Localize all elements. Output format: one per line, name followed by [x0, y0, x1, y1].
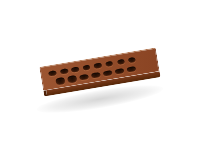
pit-row2-7[interactable] [127, 66, 136, 73]
pit-row2-2[interactable] [67, 75, 77, 83]
pit-row2-6[interactable] [115, 68, 124, 75]
pit-row2-4[interactable] [91, 72, 101, 79]
pit-row1-1[interactable] [48, 70, 57, 77]
pit-row2-3[interactable] [79, 74, 89, 81]
pit-row1-2[interactable] [59, 68, 68, 75]
pit-row1-3[interactable] [71, 66, 80, 72]
pit-row1-5[interactable] [94, 63, 102, 69]
pit-row2-1[interactable] [55, 77, 65, 85]
pit-row1-8[interactable] [128, 57, 135, 63]
pit-row1-4[interactable] [82, 65, 90, 71]
pit-row1-7[interactable] [117, 59, 125, 65]
pit-row1-6[interactable] [105, 61, 113, 67]
product-photo-canvas [0, 0, 200, 150]
pit-row2-5[interactable] [103, 70, 112, 77]
